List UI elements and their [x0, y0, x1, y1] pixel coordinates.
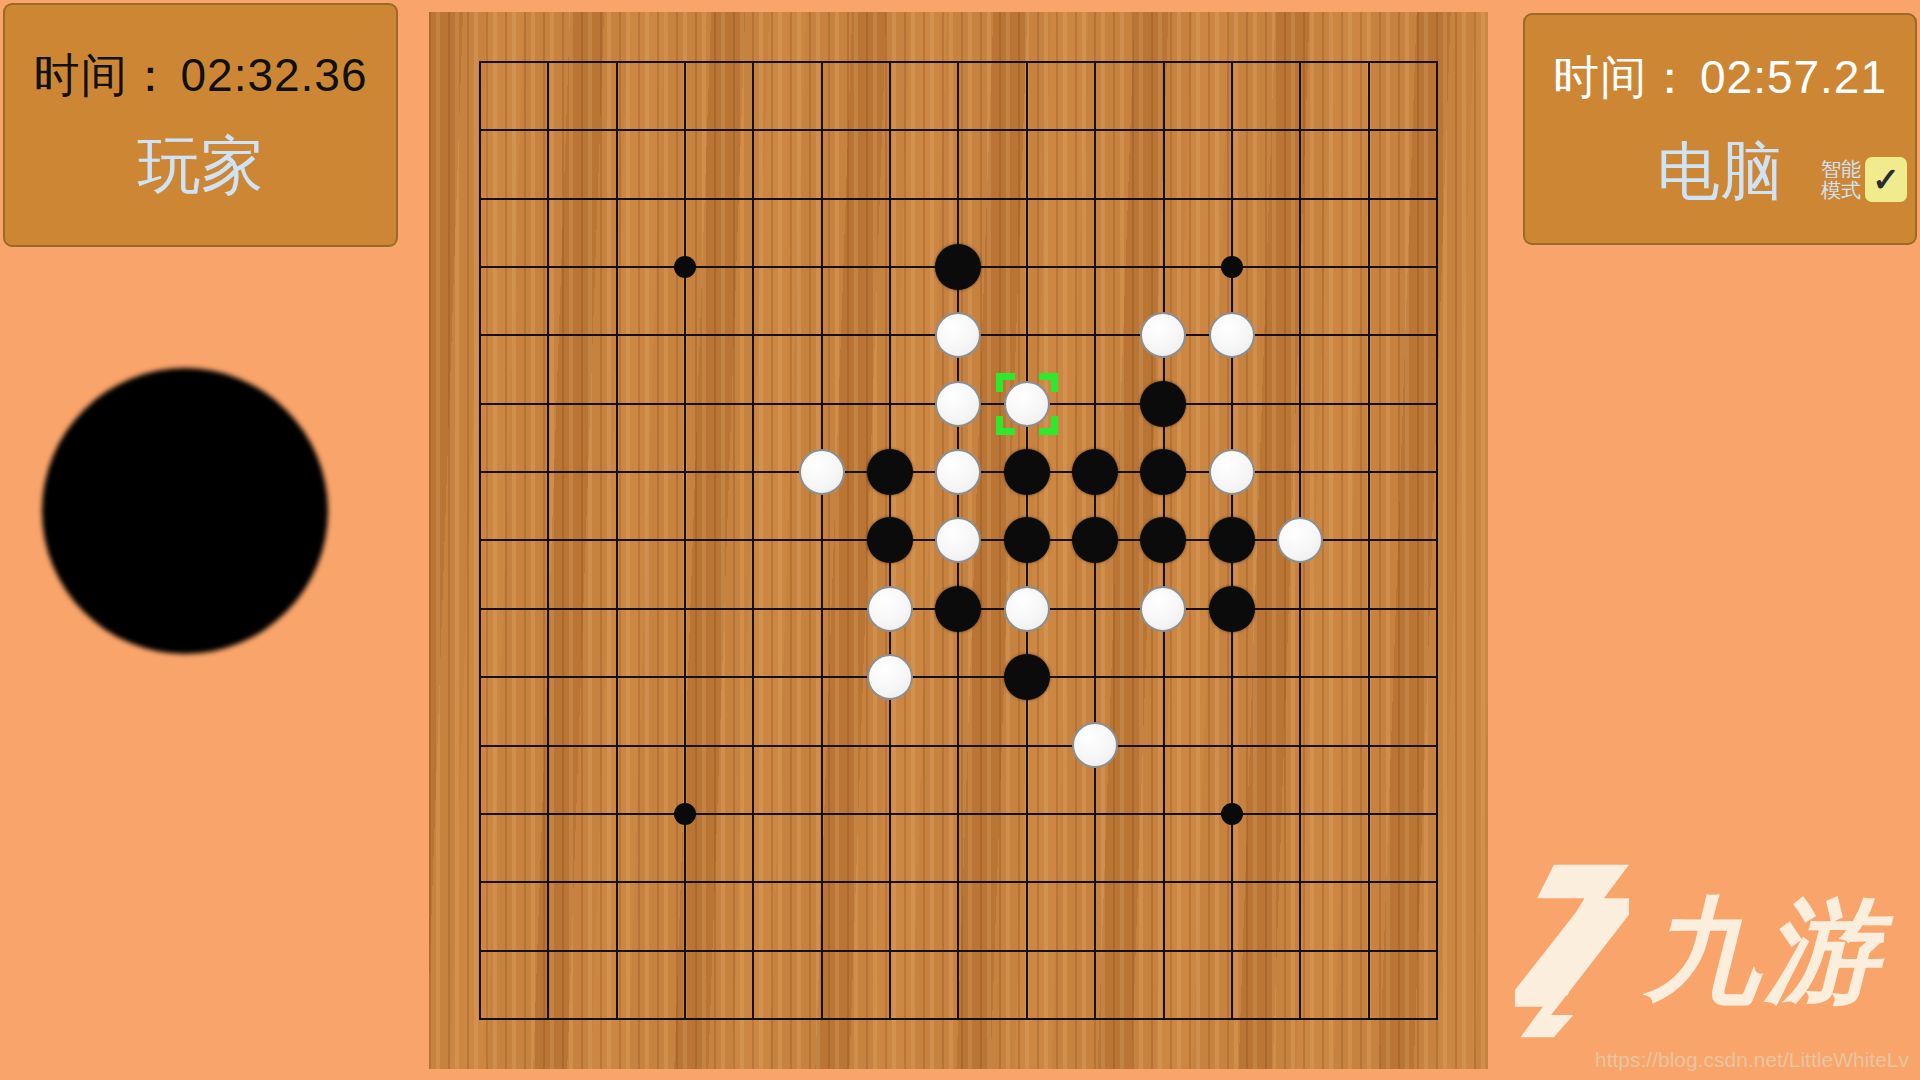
stone-white: [867, 586, 913, 632]
stone-white: [1004, 586, 1050, 632]
stone-black: [1004, 517, 1050, 563]
player-timer-label: 时间：: [33, 49, 174, 101]
computer-panel: 时间：02:57.21 电脑 智能 模式 ✓: [1523, 13, 1917, 245]
computer-timer-value: 02:57.21: [1700, 51, 1887, 103]
stone-white: [1209, 449, 1255, 495]
stone-white: [1140, 312, 1186, 358]
player-timer-value: 02:32.36: [180, 49, 367, 101]
checkmark-icon: ✓: [1872, 163, 1900, 196]
stone-black: [1004, 449, 1050, 495]
stone-black: [935, 244, 981, 290]
stone-white: [935, 449, 981, 495]
watermark: 九游 https://blog.csdn.net/LittleWhiteLv: [1495, 862, 1913, 1074]
stone-black: [1209, 517, 1255, 563]
smart-mode-label: 智能 模式: [1821, 159, 1861, 201]
player-stone-indicator: [42, 368, 328, 654]
stone-white: [1277, 517, 1323, 563]
stones-layer[interactable]: [446, 28, 1471, 1053]
last-move-marker: [996, 373, 1058, 435]
stone-black: [1140, 517, 1186, 563]
jiuyou-logo-icon: [1495, 862, 1635, 1040]
stone-white: [1072, 722, 1118, 768]
smart-mode-cluster: 智能 模式 ✓: [1821, 157, 1907, 202]
stone-black: [1072, 449, 1118, 495]
smart-mode-checkbox[interactable]: ✓: [1865, 157, 1907, 202]
star-point: [674, 803, 696, 825]
stone-black: [1140, 381, 1186, 427]
star-point: [674, 256, 696, 278]
gomoku-board[interactable]: [429, 12, 1488, 1069]
player-name: 玩家: [5, 129, 396, 201]
player-timer: 时间：02:32.36: [5, 5, 396, 105]
stone-black: [867, 449, 913, 495]
computer-timer: 时间：02:57.21: [1525, 15, 1915, 107]
stone-black: [1209, 586, 1255, 632]
star-point: [1221, 803, 1243, 825]
jiuyou-logo-text: 九游: [1645, 862, 1885, 1040]
stone-black: [1072, 517, 1118, 563]
watermark-url: https://blog.csdn.net/LittleWhiteLv: [1595, 1048, 1909, 1072]
stone-black: [935, 586, 981, 632]
stone-black: [1140, 449, 1186, 495]
player-panel: 时间：02:32.36 玩家: [3, 3, 398, 247]
stone-white: [935, 381, 981, 427]
stone-white: [935, 312, 981, 358]
stone-white: [799, 449, 845, 495]
computer-timer-label: 时间：: [1553, 51, 1694, 103]
stone-white: [935, 517, 981, 563]
stone-white: [867, 654, 913, 700]
stone-white: [1209, 312, 1255, 358]
stone-black: [1004, 654, 1050, 700]
stone-white: [1140, 586, 1186, 632]
stone-black: [867, 517, 913, 563]
star-point: [1221, 256, 1243, 278]
